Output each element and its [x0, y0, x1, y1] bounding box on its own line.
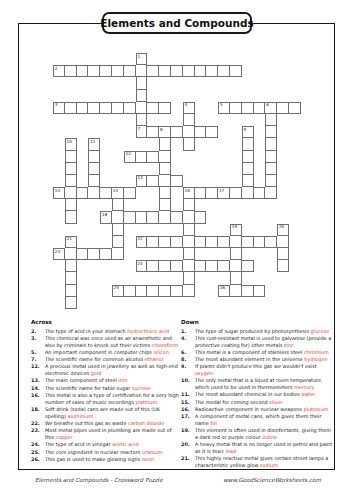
clue-item: 7.The scientific name for common alcohol… [31, 356, 179, 363]
clue-answer: acetic acid [112, 441, 138, 447]
grid-cell[interactable]: 11 [88, 138, 100, 150]
grid-cell[interactable] [159, 163, 171, 175]
clue-answer: platinum [136, 399, 158, 405]
across-clue-list: 2.The type of acid in your stomach hydro… [31, 328, 179, 463]
across-header: Across [31, 319, 179, 325]
grid-cell[interactable] [159, 199, 171, 211]
grid-cell[interactable] [277, 236, 289, 248]
grid-cell[interactable] [124, 187, 136, 199]
cell-number: 7 [137, 126, 140, 131]
grid-cell[interactable] [159, 187, 171, 199]
clue-number: 26. [31, 456, 45, 463]
grid-cell[interactable]: 8 [159, 126, 171, 138]
clue-number: 16. [181, 406, 195, 413]
grid-cell[interactable] [159, 102, 171, 114]
grid-cell[interactable] [183, 65, 195, 77]
grid-cell[interactable] [100, 102, 112, 114]
grid-cell[interactable]: 10 [65, 138, 77, 150]
clue-answer: silver [269, 399, 282, 405]
grid-cell[interactable] [183, 248, 195, 260]
grid-cell[interactable] [88, 248, 100, 260]
grid-cell[interactable] [147, 211, 159, 223]
grid-cell[interactable]: 21 [65, 236, 77, 248]
clue-answer: tin [210, 420, 216, 426]
grid-cell[interactable] [147, 102, 159, 114]
clue-item: 21.This highly reactive metal gives cert… [181, 455, 334, 468]
clue-item: 23.Most metal pipes used in plumbing are… [31, 427, 179, 440]
grid-cell[interactable] [112, 102, 124, 114]
grid-cell[interactable]: 12 [124, 151, 136, 163]
grid-cell[interactable]: 9 [242, 126, 254, 138]
clue-text: If plants didn't produce this gas we wou… [195, 363, 334, 376]
grid-cell[interactable] [230, 187, 242, 199]
clue-answer: sucrose [132, 385, 151, 391]
clue-text: Most metal pipes used in plumbing are ma… [45, 427, 179, 440]
grid-cell[interactable] [88, 187, 100, 199]
grid-cell[interactable] [195, 236, 207, 248]
grid-cell[interactable] [183, 224, 195, 236]
grid-cell[interactable] [136, 151, 148, 163]
clue-item: 24.The type of acid in vinegar acetic ac… [31, 441, 179, 448]
grid-cell[interactable] [65, 260, 77, 272]
grid-cell[interactable]: 24 [136, 260, 148, 272]
cell-number: 9 [244, 127, 247, 132]
grid-cell[interactable]: 4 [183, 102, 195, 114]
clue-number: 12. [31, 363, 45, 376]
clue-number: 21. [181, 455, 195, 468]
page-footer: Elements and Compounds - Crossword Puzzl… [35, 477, 321, 483]
clue-text: Radioactive component in nuclear weapons… [195, 406, 334, 413]
grid-cell[interactable] [242, 260, 254, 272]
grid-cell[interactable] [159, 65, 171, 77]
grid-cell[interactable] [65, 175, 77, 187]
grid-cell[interactable] [183, 126, 195, 138]
grid-cell[interactable] [230, 285, 242, 297]
clue-answer: water [301, 391, 315, 397]
grid-cell[interactable] [206, 187, 218, 199]
grid-cell[interactable] [277, 248, 289, 260]
grid-cell[interactable] [136, 285, 148, 297]
grid-cell[interactable]: 6 [265, 102, 277, 114]
grid-cell[interactable] [77, 248, 89, 260]
down-clues-section: Down 1.The type of sugar produced by pho… [181, 319, 334, 469]
grid-cell[interactable]: 22 [136, 236, 148, 248]
grid-cell[interactable]: 17 [218, 187, 230, 199]
grid-cell[interactable] [124, 102, 136, 114]
grid-cell[interactable] [171, 236, 183, 248]
grid-cell[interactable]: 16 [183, 187, 195, 199]
clue-number: 2. [31, 328, 45, 335]
down-clue-list: 1.The type of sugar produced by photosyn… [181, 328, 334, 469]
clue-number: 9. [181, 363, 195, 376]
clue-text: The core ingredient in nuclear reactors … [45, 449, 179, 456]
clue-answer: copper [55, 434, 72, 440]
clue-answer: glucose [311, 328, 330, 334]
title-box: Elements and Compounds [102, 12, 252, 34]
clue-number: 5. [31, 349, 45, 356]
clue-answer: iodine [262, 434, 277, 440]
grid-cell[interactable]: 14 [53, 187, 65, 199]
clue-number: 1. [181, 328, 195, 335]
clue-answer: uranium [142, 449, 162, 455]
clue-answer: hydrochloric acid [127, 328, 169, 334]
clue-text: The type of acid in vinegar acetic acid [45, 441, 179, 448]
grid-cell[interactable] [77, 102, 89, 114]
clue-item: 3.This chemical was once used as an anae… [31, 335, 179, 348]
grid-cell[interactable] [100, 187, 112, 199]
grid-cell[interactable] [218, 65, 230, 77]
grid-cell[interactable] [112, 224, 124, 236]
clue-number: 25. [31, 449, 45, 456]
grid-cell[interactable] [136, 77, 148, 89]
grid-cell[interactable] [183, 285, 195, 297]
grid-cell[interactable]: 19 [230, 224, 242, 236]
crossword-grid: 1234567891011121314151617181920212223242… [53, 53, 301, 309]
clue-text: The most abundant chemical in our bodies… [195, 391, 334, 398]
grid-cell[interactable] [195, 187, 207, 199]
clue-item: 5.An important component in computer chi… [31, 349, 179, 356]
clue-number: 17. [181, 413, 195, 426]
clue-answer: oxygen [195, 370, 213, 376]
clue-number: 10. [181, 377, 195, 390]
grid-cell[interactable] [265, 175, 277, 187]
grid-cell[interactable] [206, 126, 218, 138]
grid-cell[interactable] [65, 297, 77, 309]
cell-number: 5 [220, 102, 223, 107]
clue-text: This gas is used to make glowing signs n… [45, 456, 179, 463]
grid-cell[interactable] [183, 138, 195, 150]
cell-number: 13 [137, 175, 142, 180]
down-header: Down [181, 319, 334, 325]
clue-text: This highly reactive metal gives certain… [195, 455, 334, 468]
grid-cell[interactable] [88, 65, 100, 77]
grid-cell[interactable] [206, 236, 218, 248]
grid-cell[interactable]: 13 [136, 175, 148, 187]
grid-cell[interactable] [254, 236, 266, 248]
clue-number: 23. [31, 427, 45, 440]
clue-answer: gold [91, 370, 102, 376]
grid-cell[interactable] [112, 199, 124, 211]
grid-cell[interactable] [171, 126, 183, 138]
grid-cell[interactable]: 2 [53, 65, 65, 77]
grid-cell[interactable] [88, 151, 100, 163]
clue-number: 13. [31, 377, 45, 384]
grid-cell[interactable]: 5 [218, 102, 230, 114]
grid-cell[interactable] [65, 272, 77, 284]
clue-text: A precious metal used in jewellery as we… [45, 363, 179, 376]
grid-cell[interactable] [206, 260, 218, 272]
clue-item: 9.If plants didn't produce this gas we w… [181, 363, 334, 376]
grid-cell[interactable] [159, 285, 171, 297]
clue-answer: plutonium [304, 406, 329, 412]
cell-number: 16 [185, 188, 190, 193]
grid-cell[interactable] [171, 211, 183, 223]
grid-cell[interactable] [242, 285, 254, 297]
grid-cell[interactable] [183, 114, 195, 126]
clue-number: 15. [181, 399, 195, 406]
grid-cell[interactable] [171, 285, 183, 297]
grid-cell[interactable] [112, 65, 124, 77]
grid-cell[interactable] [159, 211, 171, 223]
grid-cell[interactable] [265, 138, 277, 150]
clue-item: 11.The most abundant chemical in our bod… [181, 391, 334, 398]
grid-cell[interactable] [147, 151, 159, 163]
cell-number: 19 [232, 224, 237, 229]
clue-item: 1.The type of sugar produced by photosyn… [181, 328, 334, 335]
grid-cell[interactable]: 7 [136, 126, 148, 138]
grid-cell[interactable]: 1 [136, 53, 148, 65]
grid-cell[interactable] [77, 65, 89, 77]
grid-cell[interactable] [147, 285, 159, 297]
grid-cell[interactable] [124, 65, 136, 77]
clue-answer: chromium [304, 349, 329, 355]
grid-cell[interactable] [159, 236, 171, 248]
clue-number: 7. [31, 356, 45, 363]
grid-cell[interactable] [230, 260, 242, 272]
grid-cell[interactable] [265, 236, 277, 248]
clue-number: 20. [181, 441, 195, 454]
grid-cell[interactable] [136, 102, 148, 114]
grid-cell[interactable] [124, 211, 136, 223]
cell-number: 8 [160, 127, 163, 132]
clue-answer: ethanol [145, 356, 163, 362]
grid-cell[interactable] [230, 236, 242, 248]
grid-cell[interactable] [242, 163, 254, 175]
grid-cell[interactable] [100, 248, 112, 260]
clue-text: The main component of steel iron [45, 377, 179, 384]
cell-number: 10 [67, 139, 72, 144]
cell-number: 1 [137, 54, 140, 59]
clue-text: This metal is a component of stainless s… [195, 349, 334, 356]
clue-text: An important component in computer chips… [45, 349, 179, 356]
clue-answer: hydrogen [304, 356, 327, 362]
grid-cell[interactable] [136, 211, 148, 223]
grid-cell[interactable] [171, 175, 183, 187]
clue-text: The medal for coming second silver [195, 399, 334, 406]
clue-item: 15.The medal for coming second silver [181, 399, 334, 406]
grid-cell[interactable] [159, 138, 171, 150]
clue-text: The scientific name for common alcohol e… [45, 356, 179, 363]
clue-item: 8.The most abundant element in the unive… [181, 356, 334, 363]
grid-cell[interactable] [254, 187, 266, 199]
clue-item: 2.The type of acid in your stomach hydro… [31, 328, 179, 335]
grid-cell[interactable] [183, 260, 195, 272]
grid-cell[interactable] [218, 236, 230, 248]
cell-number: 23 [55, 249, 60, 254]
clue-item: 16.Radioactive component in nuclear weap… [181, 406, 334, 413]
clue-item: 20.A heavy metal that is no longer used … [181, 441, 334, 454]
clue-number: 6. [181, 349, 195, 356]
grid-cell[interactable] [147, 65, 159, 77]
grid-cell[interactable] [65, 211, 77, 223]
grid-cell[interactable] [65, 163, 77, 175]
grid-cell[interactable] [230, 272, 242, 284]
grid-cell[interactable] [147, 126, 159, 138]
clue-item: 22.We breathe out this gas as waste carb… [31, 420, 179, 427]
grid-cell[interactable] [242, 138, 254, 150]
footer-title: Elements and Compounds - Crossword Puzzl… [35, 477, 163, 483]
clue-text: This chemical was once used as an anaest… [45, 335, 179, 348]
grid-cell[interactable] [277, 260, 289, 272]
clue-answer: sodium [260, 462, 278, 468]
clue-text: The only metal that is a liquid at room … [195, 377, 334, 390]
clue-item: 17.A component of metal cans, which give… [181, 413, 334, 426]
grid-cell[interactable] [124, 285, 136, 297]
grid-cell[interactable] [242, 102, 254, 114]
grid-cell[interactable] [112, 248, 124, 260]
grid-cell[interactable] [230, 248, 242, 260]
grid-cell[interactable] [265, 163, 277, 175]
clue-text: The scientific name for table sugar sucr… [45, 385, 179, 392]
grid-cell[interactable]: 26 [218, 285, 230, 297]
cell-number: 18 [102, 212, 107, 217]
grid-cell[interactable] [183, 211, 195, 223]
grid-cell[interactable] [242, 175, 254, 187]
grid-cell[interactable] [147, 175, 159, 187]
grid-cell[interactable] [289, 102, 301, 114]
cell-number: 2 [55, 66, 58, 71]
clue-answer: chloroform [152, 342, 178, 348]
clue-item: 16.This metal is also a type of certific… [31, 392, 179, 405]
grid-cell[interactable]: 18 [100, 211, 112, 223]
cell-number: 25 [114, 285, 119, 290]
grid-cell[interactable] [159, 260, 171, 272]
grid-cell[interactable] [65, 199, 77, 211]
clue-number: 19. [181, 427, 195, 440]
grid-cell[interactable] [136, 65, 148, 77]
grid-cell[interactable] [183, 199, 195, 211]
grid-cell[interactable] [195, 211, 207, 223]
grid-cell[interactable] [230, 65, 242, 77]
grid-cell[interactable] [218, 260, 230, 272]
clue-item: 6.This metal is a component of stainless… [181, 349, 334, 356]
clue-text: A component of metal cans, which gives t… [195, 413, 334, 426]
grid-cell[interactable] [265, 126, 277, 138]
grid-cell[interactable]: 3 [53, 102, 65, 114]
cell-number: 4 [185, 102, 188, 107]
cell-number: 12 [126, 151, 131, 156]
clue-text: This metal is also a type of certificati… [45, 392, 179, 405]
cell-number: 11 [90, 139, 95, 144]
cell-number: 20 [279, 224, 284, 229]
grid-cell[interactable] [265, 151, 277, 163]
grid-cell[interactable] [65, 187, 77, 199]
clue-item: 18.Soft drink (soda) cans are made out o… [31, 406, 179, 419]
grid-cell[interactable] [265, 187, 277, 199]
grid-cell[interactable] [265, 114, 277, 126]
grid-cell[interactable] [65, 248, 77, 260]
grid-cell[interactable]: 15 [112, 187, 124, 199]
across-clues-section: Across 2.The type of acid in your stomac… [31, 319, 179, 463]
clue-number: 14. [31, 385, 45, 392]
worksheet-page: Elements and Compounds 12345678910111213… [0, 0, 354, 500]
grid-cell[interactable] [136, 90, 148, 102]
cell-number: 15 [113, 188, 118, 193]
grid-cell[interactable] [159, 151, 171, 163]
clue-item: 14.The scientific name for table sugar s… [31, 385, 179, 392]
cell-number: 22 [137, 236, 142, 241]
grid-cell[interactable] [65, 65, 77, 77]
grid-cell[interactable] [65, 285, 77, 297]
cell-number: 3 [55, 102, 58, 107]
grid-cell[interactable] [195, 65, 207, 77]
grid-cell[interactable] [88, 163, 100, 175]
clue-answer: iron [118, 377, 127, 383]
clue-text: Soft drink (soda) cans are made out of t… [45, 406, 179, 419]
grid-cell[interactable]: 23 [53, 248, 65, 260]
grid-cell[interactable] [77, 187, 89, 199]
grid-cell[interactable] [136, 114, 148, 126]
grid-cell[interactable] [242, 236, 254, 248]
cell-number: 21 [67, 236, 72, 241]
clue-item: 19.This element is often used in disinfe… [181, 427, 334, 440]
grid-cell[interactable] [195, 126, 207, 138]
cell-number: 26 [220, 285, 225, 290]
clue-answer: silicon [153, 349, 168, 355]
grid-cell[interactable] [230, 102, 242, 114]
clue-answer: zinc [284, 342, 294, 348]
cell-number: 14 [55, 188, 60, 193]
grid-cell[interactable] [147, 236, 159, 248]
grid-cell[interactable] [112, 211, 124, 223]
clue-text: The type of sugar produced by photosynth… [195, 328, 334, 335]
clue-answer: aluminium [67, 413, 93, 419]
clue-number: 3. [31, 335, 45, 348]
grid-cell[interactable] [183, 236, 195, 248]
grid-cell[interactable]: 20 [277, 224, 289, 236]
grid-cell[interactable] [242, 151, 254, 163]
clue-item: 13.The main component of steel iron [31, 377, 179, 384]
clue-number: 8. [181, 356, 195, 363]
clue-number: 24. [31, 441, 45, 448]
clue-text: The type of acid in your stomach hydroch… [45, 328, 179, 335]
clue-number: 4. [181, 335, 195, 348]
grid-cell[interactable] [65, 102, 77, 114]
grid-cell[interactable] [147, 260, 159, 272]
grid-cell[interactable] [254, 285, 266, 297]
clue-item: 26.This gas is used to make glowing sign… [31, 456, 179, 463]
clue-number: 16. [31, 392, 45, 405]
grid-cell[interactable] [171, 260, 183, 272]
clue-number: 22. [31, 420, 45, 427]
clue-answer: neon [142, 456, 154, 462]
grid-cell[interactable]: 25 [112, 285, 124, 297]
grid-cell[interactable] [183, 272, 195, 284]
clue-text: We breathe out this gas as waste carbon … [45, 420, 179, 427]
clue-text: A heavy metal that is no longer used in … [195, 441, 334, 454]
clue-item: 25.The core ingredient in nuclear reacto… [31, 449, 179, 456]
grid-cell[interactable] [88, 102, 100, 114]
grid-cell[interactable] [277, 102, 289, 114]
cell-number: 17 [219, 188, 224, 193]
cell-number: 24 [137, 261, 142, 266]
clue-text: The most abundant element in the univers… [195, 356, 334, 363]
grid-cell[interactable] [254, 102, 266, 114]
grid-cell[interactable] [206, 65, 218, 77]
clue-answer: mercury [294, 384, 314, 390]
grid-cell[interactable] [112, 236, 124, 248]
grid-cell[interactable] [242, 187, 254, 199]
clue-item: 4.This rust-resistant metal is used to g… [181, 335, 334, 348]
grid-cell[interactable] [159, 175, 171, 187]
grid-cell[interactable] [195, 260, 207, 272]
cell-number: 6 [266, 102, 269, 107]
grid-cell[interactable] [88, 175, 100, 187]
grid-cell[interactable] [65, 151, 77, 163]
clue-answer: carbon dioxide [128, 420, 164, 426]
grid-cell[interactable] [100, 65, 112, 77]
grid-cell[interactable] [171, 65, 183, 77]
